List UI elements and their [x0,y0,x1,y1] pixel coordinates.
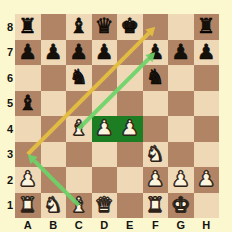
black-queen[interactable]: ♛ [95,16,114,37]
rank-label-8: 8 [0,14,13,40]
square-c3[interactable] [66,142,92,168]
square-a6[interactable] [15,65,41,91]
square-b7[interactable]: ♟ [41,40,67,66]
square-h7[interactable]: ♟ [194,40,220,66]
square-c5[interactable] [66,91,92,117]
square-b2[interactable] [41,167,67,193]
square-b6[interactable] [41,65,67,91]
square-d6[interactable] [92,65,118,91]
black-rook[interactable]: ♜ [197,16,216,37]
rank-label-3: 3 [0,142,13,168]
black-pawn[interactable]: ♟ [171,42,190,63]
square-e3[interactable] [117,142,143,168]
square-f5[interactable] [143,91,169,117]
square-b5[interactable] [41,91,67,117]
square-a8[interactable]: ♜ [15,14,41,40]
black-knight[interactable]: ♞ [69,67,88,88]
square-c2[interactable] [66,167,92,193]
square-d3[interactable] [92,142,118,168]
square-g6[interactable] [168,65,194,91]
chess-app-screen: 87654321 ♜♝♛♚♜♟♟♟♟♟♟♟♞♞♝♝♟♟♞♟♟♟♟♜♞♝♛♜♚ A… [0,0,232,232]
file-labels: ABCDEFGH [15,218,219,232]
white-pawn[interactable]: ♟ [18,169,37,190]
white-king[interactable]: ♚ [171,195,190,216]
square-g3[interactable] [168,142,194,168]
square-f7[interactable]: ♟ [143,40,169,66]
white-bishop[interactable]: ♝ [69,195,88,216]
square-b1[interactable]: ♞ [41,193,67,219]
rank-label-5: 5 [0,91,13,117]
square-c7[interactable]: ♟ [66,40,92,66]
square-g2[interactable]: ♟ [168,167,194,193]
black-bishop[interactable]: ♝ [69,16,88,37]
black-pawn[interactable]: ♟ [69,42,88,63]
white-rook[interactable]: ♜ [146,195,165,216]
rank-label-7: 7 [0,40,13,66]
square-h3[interactable] [194,142,220,168]
square-f2[interactable]: ♟ [143,167,169,193]
white-bishop[interactable]: ♝ [69,118,88,139]
file-label-C: C [66,218,92,232]
white-knight[interactable]: ♞ [44,195,63,216]
square-d2[interactable] [92,167,118,193]
square-d4[interactable]: ♟ [92,116,118,142]
white-knight[interactable]: ♞ [146,144,165,165]
square-g7[interactable]: ♟ [168,40,194,66]
black-pawn[interactable]: ♟ [95,42,114,63]
file-label-D: D [92,218,118,232]
square-d5[interactable] [92,91,118,117]
square-h2[interactable]: ♟ [194,167,220,193]
file-label-G: G [168,218,194,232]
square-a7[interactable]: ♟ [15,40,41,66]
square-h5[interactable] [194,91,220,117]
square-e2[interactable] [117,167,143,193]
rank-labels: 87654321 [0,14,15,218]
white-pawn[interactable]: ♟ [120,118,139,139]
black-knight[interactable]: ♞ [146,67,165,88]
square-c1[interactable]: ♝ [66,193,92,219]
square-a3[interactable] [15,142,41,168]
square-a1[interactable]: ♜ [15,193,41,219]
square-a5[interactable]: ♝ [15,91,41,117]
black-pawn[interactable]: ♟ [44,42,63,63]
square-g8[interactable] [168,14,194,40]
square-f8[interactable] [143,14,169,40]
white-pawn[interactable]: ♟ [171,169,190,190]
file-label-A: A [15,218,41,232]
rank-label-6: 6 [0,65,13,91]
square-g5[interactable] [168,91,194,117]
square-e6[interactable] [117,65,143,91]
square-a4[interactable] [15,116,41,142]
black-bishop[interactable]: ♝ [18,93,37,114]
square-b3[interactable] [41,142,67,168]
square-g4[interactable] [168,116,194,142]
file-label-F: F [143,218,169,232]
square-h1[interactable] [194,193,220,219]
square-c4[interactable]: ♝ [66,116,92,142]
white-pawn[interactable]: ♟ [95,118,114,139]
file-label-E: E [117,218,143,232]
square-e5[interactable] [117,91,143,117]
black-pawn[interactable]: ♟ [197,42,216,63]
square-a2[interactable]: ♟ [15,167,41,193]
square-f1[interactable]: ♜ [143,193,169,219]
black-pawn[interactable]: ♟ [146,42,165,63]
white-queen[interactable]: ♛ [95,195,114,216]
black-rook[interactable]: ♜ [18,16,37,37]
file-label-H: H [194,218,220,232]
square-d1[interactable]: ♛ [92,193,118,219]
square-e8[interactable]: ♚ [117,14,143,40]
rank-label-2: 2 [0,167,13,193]
white-pawn[interactable]: ♟ [197,169,216,190]
black-king[interactable]: ♚ [120,16,139,37]
square-b4[interactable] [41,116,67,142]
square-g1[interactable]: ♚ [168,193,194,219]
square-d7[interactable]: ♟ [92,40,118,66]
square-e7[interactable] [117,40,143,66]
square-c8[interactable]: ♝ [66,14,92,40]
square-h4[interactable] [194,116,220,142]
square-f4[interactable] [143,116,169,142]
square-d8[interactable]: ♛ [92,14,118,40]
black-pawn[interactable]: ♟ [18,42,37,63]
white-pawn[interactable]: ♟ [146,169,165,190]
square-b8[interactable] [41,14,67,40]
square-h8[interactable]: ♜ [194,14,220,40]
file-label-B: B [41,218,67,232]
white-rook[interactable]: ♜ [18,195,37,216]
rank-label-1: 1 [0,193,13,219]
square-e4[interactable]: ♟ [117,116,143,142]
square-f6[interactable]: ♞ [143,65,169,91]
square-f3[interactable]: ♞ [143,142,169,168]
square-h6[interactable] [194,65,220,91]
rank-label-4: 4 [0,116,13,142]
square-c6[interactable]: ♞ [66,65,92,91]
square-e1[interactable] [117,193,143,219]
chess-board[interactable]: ♜♝♛♚♜♟♟♟♟♟♟♟♞♞♝♝♟♟♞♟♟♟♟♜♞♝♛♜♚ [15,14,219,218]
